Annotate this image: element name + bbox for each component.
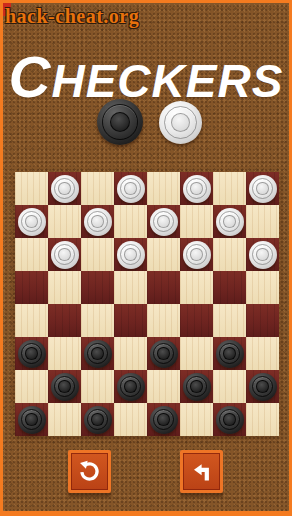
light-square: [213, 238, 246, 271]
black-checker[interactable]: [249, 373, 277, 401]
light-square: [213, 172, 246, 205]
black-checker[interactable]: [117, 373, 145, 401]
light-square: [114, 403, 147, 436]
black-checker[interactable]: [84, 406, 112, 434]
dark-square[interactable]: [114, 172, 147, 205]
white-checker[interactable]: [216, 208, 244, 236]
dark-square[interactable]: [180, 238, 213, 271]
light-square: [147, 172, 180, 205]
app-screen: hack-cheat.org Checkers: [0, 0, 292, 516]
light-square: [213, 370, 246, 403]
dark-square[interactable]: [180, 370, 213, 403]
light-square: [48, 205, 81, 238]
dark-square[interactable]: [81, 271, 114, 304]
dark-square[interactable]: [246, 370, 279, 403]
white-checker[interactable]: [18, 208, 46, 236]
black-checker[interactable]: [183, 373, 211, 401]
dark-square[interactable]: [15, 271, 48, 304]
dark-square[interactable]: [15, 337, 48, 370]
white-checker[interactable]: [249, 175, 277, 203]
dark-square[interactable]: [213, 403, 246, 436]
light-square: [180, 337, 213, 370]
black-checker[interactable]: [18, 406, 46, 434]
light-square: [114, 337, 147, 370]
dark-square[interactable]: [81, 205, 114, 238]
light-square: [246, 271, 279, 304]
light-square: [213, 304, 246, 337]
light-square: [180, 205, 213, 238]
black-turn-indicator-piece: [97, 99, 143, 145]
dark-square[interactable]: [213, 337, 246, 370]
undo-button[interactable]: [180, 450, 223, 493]
dark-square[interactable]: [147, 205, 180, 238]
restart-button[interactable]: [68, 450, 111, 493]
white-checker[interactable]: [51, 175, 79, 203]
light-square: [180, 271, 213, 304]
black-checker[interactable]: [84, 340, 112, 368]
white-checker[interactable]: [150, 208, 178, 236]
black-checker[interactable]: [150, 406, 178, 434]
dark-square[interactable]: [15, 205, 48, 238]
black-checker[interactable]: [150, 340, 178, 368]
light-square: [246, 205, 279, 238]
light-square: [81, 370, 114, 403]
dark-square[interactable]: [180, 172, 213, 205]
page-title: Checkers: [0, 41, 292, 117]
dark-square[interactable]: [15, 403, 48, 436]
dark-square[interactable]: [147, 337, 180, 370]
light-square: [180, 403, 213, 436]
light-square: [147, 238, 180, 271]
white-checker[interactable]: [84, 208, 112, 236]
light-square: [147, 304, 180, 337]
restart-icon: [77, 459, 102, 484]
dark-square[interactable]: [180, 304, 213, 337]
undo-icon: [190, 460, 214, 484]
dark-square[interactable]: [246, 304, 279, 337]
dark-square[interactable]: [213, 271, 246, 304]
light-square: [15, 238, 48, 271]
white-checker[interactable]: [117, 175, 145, 203]
light-square: [114, 271, 147, 304]
watermark-text: hack-cheat.org: [5, 5, 139, 28]
dark-square[interactable]: [114, 238, 147, 271]
white-checker[interactable]: [183, 241, 211, 269]
light-square: [81, 172, 114, 205]
light-square: [15, 304, 48, 337]
dark-square[interactable]: [48, 370, 81, 403]
light-square: [114, 205, 147, 238]
light-square: [15, 172, 48, 205]
dark-square[interactable]: [147, 403, 180, 436]
dark-square[interactable]: [114, 370, 147, 403]
dark-square[interactable]: [81, 337, 114, 370]
light-square: [147, 370, 180, 403]
dark-square[interactable]: [213, 205, 246, 238]
dark-square[interactable]: [114, 304, 147, 337]
dark-square[interactable]: [48, 238, 81, 271]
light-square: [246, 403, 279, 436]
light-square: [48, 271, 81, 304]
light-square: [81, 238, 114, 271]
light-square: [81, 304, 114, 337]
white-checker[interactable]: [183, 175, 211, 203]
black-checker[interactable]: [18, 340, 46, 368]
dark-square[interactable]: [48, 172, 81, 205]
white-checker[interactable]: [249, 241, 277, 269]
white-checker[interactable]: [117, 241, 145, 269]
dark-square[interactable]: [48, 304, 81, 337]
white-turn-indicator-piece: [159, 101, 202, 144]
black-checker[interactable]: [216, 340, 244, 368]
dark-square[interactable]: [81, 403, 114, 436]
black-checker[interactable]: [51, 373, 79, 401]
light-square: [48, 403, 81, 436]
dark-square[interactable]: [246, 172, 279, 205]
white-checker[interactable]: [51, 241, 79, 269]
checkers-board[interactable]: [15, 172, 279, 436]
light-square: [246, 337, 279, 370]
dark-square[interactable]: [147, 271, 180, 304]
dark-square[interactable]: [246, 238, 279, 271]
light-square: [15, 370, 48, 403]
black-checker[interactable]: [216, 406, 244, 434]
light-square: [48, 337, 81, 370]
